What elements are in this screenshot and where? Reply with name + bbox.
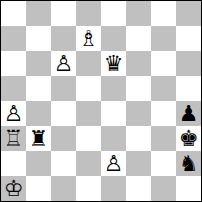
square-b4[interactable] [26,101,51,126]
square-f1[interactable] [126,176,151,201]
black-rook: ♜ [29,126,49,151]
square-h2[interactable]: ♞ [176,151,201,176]
square-f6[interactable] [126,51,151,76]
square-d7[interactable]: ♗ [76,26,101,51]
square-c7[interactable] [51,26,76,51]
black-pawn: ♟ [179,101,199,126]
square-b5[interactable] [26,76,51,101]
square-a2[interactable] [1,151,26,176]
square-f3[interactable] [126,126,151,151]
square-h5[interactable] [176,76,201,101]
square-g7[interactable] [151,26,176,51]
square-c6[interactable]: ♙ [51,51,76,76]
square-a4[interactable]: ♙ [1,101,26,126]
square-c4[interactable] [51,101,76,126]
black-king: ♚ [179,126,199,151]
square-e3[interactable] [101,126,126,151]
square-c8[interactable] [51,1,76,26]
square-g6[interactable] [151,51,176,76]
square-f8[interactable] [126,1,151,26]
square-c5[interactable] [51,76,76,101]
black-queen: ♛ [104,51,124,76]
square-c2[interactable] [51,151,76,176]
square-h3[interactable]: ♚ [176,126,201,151]
square-e6[interactable]: ♛ [101,51,126,76]
square-a5[interactable] [1,76,26,101]
square-d2[interactable] [76,151,101,176]
white-pawn: ♙ [4,101,24,126]
square-h7[interactable] [176,26,201,51]
square-d5[interactable] [76,76,101,101]
white-pawn: ♙ [54,51,74,76]
square-c3[interactable] [51,126,76,151]
square-a3[interactable]: ♖ [1,126,26,151]
square-h8[interactable] [176,1,201,26]
square-h6[interactable] [176,51,201,76]
square-e7[interactable] [101,26,126,51]
square-f4[interactable] [126,101,151,126]
square-c1[interactable] [51,176,76,201]
chess-board: ♗♙♛♙♟♖♜♚♙♞♔ [0,0,202,202]
white-king: ♔ [4,176,24,201]
white-rook: ♖ [4,126,24,151]
square-d8[interactable] [76,1,101,26]
square-g3[interactable] [151,126,176,151]
square-d1[interactable] [76,176,101,201]
square-g8[interactable] [151,1,176,26]
square-e5[interactable] [101,76,126,101]
square-b8[interactable] [26,1,51,26]
square-b3[interactable]: ♜ [26,126,51,151]
square-g4[interactable] [151,101,176,126]
square-b7[interactable] [26,26,51,51]
square-e4[interactable] [101,101,126,126]
square-h4[interactable]: ♟ [176,101,201,126]
square-e8[interactable] [101,1,126,26]
square-e1[interactable] [101,176,126,201]
square-f5[interactable] [126,76,151,101]
chess-diagram: ♗♙♛♙♟♖♜♚♙♞♔ [0,0,202,202]
square-d3[interactable] [76,126,101,151]
square-a1[interactable]: ♔ [1,176,26,201]
square-f2[interactable] [126,151,151,176]
square-b2[interactable] [26,151,51,176]
square-b6[interactable] [26,51,51,76]
white-pawn: ♙ [104,151,124,176]
square-g2[interactable] [151,151,176,176]
black-knight: ♞ [179,151,199,176]
square-g1[interactable] [151,176,176,201]
square-a8[interactable] [1,1,26,26]
square-e2[interactable]: ♙ [101,151,126,176]
white-bishop: ♗ [79,26,99,51]
square-b1[interactable] [26,176,51,201]
square-a7[interactable] [1,26,26,51]
square-f7[interactable] [126,26,151,51]
square-g5[interactable] [151,76,176,101]
square-h1[interactable] [176,176,201,201]
square-a6[interactable] [1,51,26,76]
square-d4[interactable] [76,101,101,126]
square-d6[interactable] [76,51,101,76]
